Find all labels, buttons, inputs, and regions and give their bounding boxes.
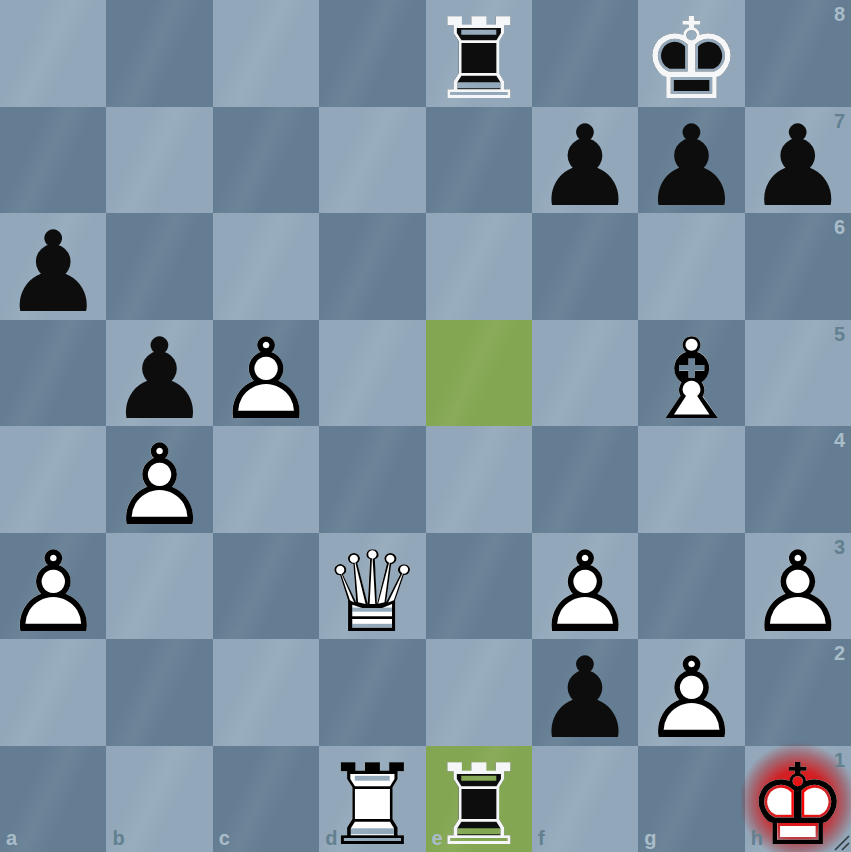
square-d5[interactable] [319, 320, 425, 427]
white-pawn-outline: ♙ [748, 536, 848, 648]
square-h4[interactable]: 4 [745, 426, 851, 533]
square-b8[interactable] [106, 0, 212, 107]
white-pawn-outline: ♙ [109, 429, 209, 541]
white-rook-outline: ♖ [322, 749, 422, 852]
white-pawn-outline: ♙ [3, 536, 103, 648]
square-a1[interactable]: a [0, 746, 106, 852]
square-d1[interactable]: ♜♖d [319, 746, 425, 852]
square-f3[interactable]: ♟♙ [532, 533, 638, 640]
square-c8[interactable] [213, 0, 319, 107]
black-pawn[interactable]: ♟ [638, 107, 744, 214]
square-e2[interactable] [426, 639, 532, 746]
white-pawn[interactable]: ♟♙ [213, 320, 319, 427]
square-c7[interactable] [213, 107, 319, 214]
white-pawn[interactable]: ♟♙ [532, 533, 638, 640]
square-a3[interactable]: ♟♙ [0, 533, 106, 640]
black-pawn[interactable]: ♟ [106, 320, 212, 427]
square-g2[interactable]: ♟♙ [638, 639, 744, 746]
square-e3[interactable] [426, 533, 532, 640]
square-g7[interactable]: ♟ [638, 107, 744, 214]
rank-label-4: 4 [834, 429, 845, 452]
square-d6[interactable] [319, 213, 425, 320]
white-pawn[interactable]: ♟♙ [638, 639, 744, 746]
black-pawn-glyph: ♟ [535, 642, 635, 754]
white-pawn[interactable]: ♟♙ [0, 533, 106, 640]
square-c2[interactable] [213, 639, 319, 746]
black-pawn-glyph: ♟ [3, 216, 103, 328]
white-queen-outline: ♕ [322, 536, 422, 648]
square-g5[interactable]: ♝♗ [638, 320, 744, 427]
square-f8[interactable] [532, 0, 638, 107]
white-pawn-outline: ♙ [216, 323, 316, 435]
square-c1[interactable]: c [213, 746, 319, 852]
square-a6[interactable]: ♟ [0, 213, 106, 320]
chess-board: ♜♖♚♔8♟♟♟7♟6♟♟♙♝♗5♟♙4♟♙♛♕♟♙♟♙3♟♟♙2abc♜♖d♜… [0, 0, 851, 852]
file-label-a: a [6, 827, 17, 850]
rank-label-8: 8 [834, 3, 845, 26]
square-e1[interactable]: ♜♖e [426, 746, 532, 852]
square-g8[interactable]: ♚♔ [638, 0, 744, 107]
black-pawn-glyph: ♟ [641, 110, 741, 222]
square-b1[interactable]: b [106, 746, 212, 852]
square-h5[interactable]: 5 [745, 320, 851, 427]
square-h8[interactable]: 8 [745, 0, 851, 107]
square-f2[interactable]: ♟ [532, 639, 638, 746]
square-b6[interactable] [106, 213, 212, 320]
black-rook[interactable]: ♜♖ [426, 0, 532, 107]
white-bishop-outline: ♗ [641, 323, 741, 435]
file-label-g: g [644, 827, 656, 850]
square-b2[interactable] [106, 639, 212, 746]
board-resize-handle[interactable] [830, 831, 850, 851]
square-c6[interactable] [213, 213, 319, 320]
black-king-outline: ♔ [641, 3, 741, 115]
square-c5[interactable]: ♟♙ [213, 320, 319, 427]
square-g3[interactable] [638, 533, 744, 640]
square-h7[interactable]: ♟7 [745, 107, 851, 214]
black-pawn-glyph: ♟ [748, 110, 848, 222]
black-pawn[interactable]: ♟ [0, 213, 106, 320]
square-f4[interactable] [532, 426, 638, 533]
square-d4[interactable] [319, 426, 425, 533]
white-pawn-outline: ♙ [535, 536, 635, 648]
square-d3[interactable]: ♛♕ [319, 533, 425, 640]
square-e6[interactable] [426, 213, 532, 320]
black-pawn-glyph: ♟ [535, 110, 635, 222]
rank-label-5: 5 [834, 323, 845, 346]
white-pawn[interactable]: ♟♙ [745, 533, 851, 640]
square-c3[interactable] [213, 533, 319, 640]
white-pawn-outline: ♙ [641, 642, 741, 754]
square-e8[interactable]: ♜♖ [426, 0, 532, 107]
square-e4[interactable] [426, 426, 532, 533]
square-b7[interactable] [106, 107, 212, 214]
square-e5[interactable] [426, 320, 532, 427]
black-rook-outline: ♖ [428, 3, 528, 115]
black-pawn-glyph: ♟ [109, 323, 209, 435]
black-rook-outline: ♖ [428, 749, 528, 852]
black-pawn[interactable]: ♟ [532, 107, 638, 214]
black-pawn[interactable]: ♟ [745, 107, 851, 214]
black-pawn[interactable]: ♟ [532, 639, 638, 746]
white-bishop[interactable]: ♝♗ [638, 320, 744, 427]
square-f7[interactable]: ♟ [532, 107, 638, 214]
black-rook[interactable]: ♜♖ [426, 746, 532, 852]
square-b5[interactable]: ♟ [106, 320, 212, 427]
black-king[interactable]: ♚♔ [638, 0, 744, 107]
white-pawn[interactable]: ♟♙ [106, 426, 212, 533]
square-a4[interactable] [0, 426, 106, 533]
square-a8[interactable] [0, 0, 106, 107]
file-label-f: f [538, 827, 545, 850]
square-f5[interactable] [532, 320, 638, 427]
square-h3[interactable]: ♟♙3 [745, 533, 851, 640]
square-a7[interactable] [0, 107, 106, 214]
square-d7[interactable] [319, 107, 425, 214]
white-queen[interactable]: ♛♕ [319, 533, 425, 640]
file-label-b: b [112, 827, 124, 850]
square-b4[interactable]: ♟♙ [106, 426, 212, 533]
square-d8[interactable] [319, 0, 425, 107]
file-label-c: c [219, 827, 230, 850]
white-rook[interactable]: ♜♖ [319, 746, 425, 852]
